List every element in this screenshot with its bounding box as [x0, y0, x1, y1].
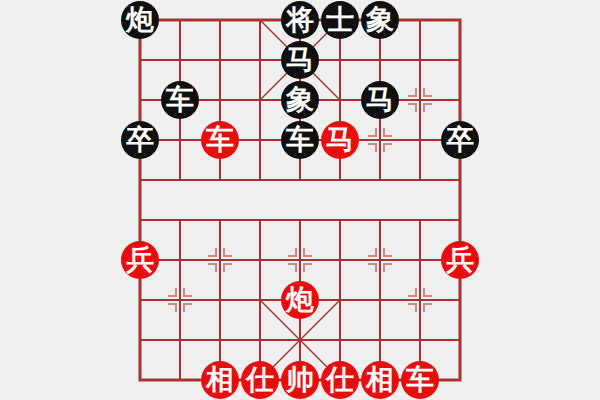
piece-red-horse[interactable]: 马 [321, 121, 359, 159]
piece-red-chariot[interactable]: 车 [201, 121, 239, 159]
piece-black-chariot[interactable]: 车 [281, 121, 319, 159]
piece-red-elephant[interactable]: 相 [361, 361, 399, 399]
piece-red-general[interactable]: 帅 [281, 361, 319, 399]
piece-black-chariot[interactable]: 车 [161, 81, 199, 119]
piece-black-pawn[interactable]: 卒 [441, 121, 479, 159]
piece-red-pawn[interactable]: 兵 [121, 241, 159, 279]
pieces-grid[interactable]: 炮将士象马车象马卒车车马卒兵兵炮相仕帅仕相车 [120, 0, 480, 400]
piece-black-horse[interactable]: 马 [361, 81, 399, 119]
piece-black-advisor[interactable]: 士 [321, 1, 359, 39]
piece-black-elephant[interactable]: 象 [281, 81, 319, 119]
piece-black-pawn[interactable]: 卒 [121, 121, 159, 159]
piece-red-cannon[interactable]: 炮 [281, 281, 319, 319]
piece-red-pawn[interactable]: 兵 [441, 241, 479, 279]
piece-red-advisor[interactable]: 仕 [241, 361, 279, 399]
xiangqi-board-screen: 炮将士象马车象马卒车车马卒兵兵炮相仕帅仕相车 [0, 0, 600, 400]
piece-red-chariot[interactable]: 车 [401, 361, 439, 399]
piece-black-elephant[interactable]: 象 [361, 1, 399, 39]
piece-black-general[interactable]: 将 [281, 1, 319, 39]
piece-red-elephant[interactable]: 相 [201, 361, 239, 399]
piece-black-cannon[interactable]: 炮 [121, 1, 159, 39]
piece-black-horse[interactable]: 马 [281, 41, 319, 79]
piece-red-advisor[interactable]: 仕 [321, 361, 359, 399]
